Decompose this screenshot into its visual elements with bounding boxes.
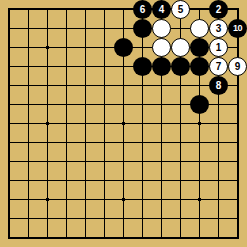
intersection (209, 209, 228, 228)
grid-line-vertical (161, 76, 162, 95)
black-stone: 4 (152, 0, 171, 19)
grid-line-vertical (85, 38, 86, 57)
intersection (57, 95, 76, 114)
grid-line-vertical (9, 114, 10, 133)
white-stone (190, 19, 209, 38)
intersection (209, 95, 228, 114)
intersection (19, 95, 38, 114)
grid-line-vertical (123, 209, 124, 228)
intersection (95, 19, 114, 38)
intersection (76, 114, 95, 133)
intersection (19, 152, 38, 171)
intersection (76, 152, 95, 171)
grid-line-vertical (161, 114, 162, 133)
intersection (190, 228, 209, 247)
grid-line-vertical (161, 171, 162, 190)
grid-line-vertical (9, 209, 10, 228)
grid-line-vertical (28, 190, 29, 209)
intersection (209, 152, 228, 171)
intersection (190, 95, 209, 114)
intersection: 2 (209, 0, 228, 19)
white-stone (171, 38, 190, 57)
grid-line-vertical (199, 133, 200, 152)
black-stone (133, 57, 152, 76)
intersection (133, 228, 152, 247)
grid-line-vertical (104, 76, 105, 95)
intersection (38, 114, 57, 133)
intersection (38, 190, 57, 209)
grid-line-vertical (9, 133, 10, 152)
grid-line-vertical (85, 9, 86, 19)
grid-line-vertical (123, 19, 124, 38)
intersection (133, 114, 152, 133)
intersection (190, 152, 209, 171)
black-stone (114, 38, 133, 57)
grid-line-vertical (85, 114, 86, 133)
intersection (190, 57, 209, 76)
intersection (0, 133, 19, 152)
intersection (228, 38, 247, 57)
grid-line-vertical (104, 57, 105, 76)
grid-line-vertical (237, 152, 238, 171)
grid-line-horizontal (9, 161, 19, 162)
grid-line-vertical (28, 9, 29, 19)
intersection (95, 152, 114, 171)
intersection (76, 171, 95, 190)
grid-line-vertical (180, 114, 181, 133)
grid-line-vertical (28, 209, 29, 228)
grid-line-vertical (9, 19, 10, 38)
intersection (76, 19, 95, 38)
intersection (38, 19, 57, 38)
intersection (133, 190, 152, 209)
intersection (19, 209, 38, 228)
intersection: 5 (171, 0, 190, 19)
intersection (0, 152, 19, 171)
grid-line-vertical (180, 171, 181, 190)
move-number-label: 5 (178, 4, 184, 14)
grid-line-vertical (161, 95, 162, 114)
intersection (228, 209, 247, 228)
grid-line-vertical (218, 190, 219, 209)
grid-line-vertical (28, 171, 29, 190)
grid-line-vertical (237, 171, 238, 190)
move-number-label: 9 (235, 61, 241, 71)
grid-line-horizontal (9, 104, 19, 105)
grid-line-vertical (47, 228, 48, 238)
intersection (0, 190, 19, 209)
intersection (95, 133, 114, 152)
grid-line-vertical (142, 133, 143, 152)
grid-line-vertical (104, 171, 105, 190)
grid-line-vertical (66, 114, 67, 133)
grid-line-vertical (104, 95, 105, 114)
grid-line-horizontal (9, 85, 19, 86)
grid-line-vertical (104, 228, 105, 238)
move-number-label: 2 (216, 4, 222, 14)
grid-line-vertical (142, 190, 143, 209)
grid-line-vertical (199, 209, 200, 228)
intersection (152, 38, 171, 57)
intersection (133, 38, 152, 57)
intersection (171, 19, 190, 38)
white-stone: 1 (209, 38, 228, 57)
grid-line-vertical (161, 190, 162, 209)
intersection (114, 57, 133, 76)
grid-line-vertical (28, 76, 29, 95)
intersection (38, 95, 57, 114)
grid-line-vertical (237, 209, 238, 228)
intersection (57, 133, 76, 152)
grid-line-vertical (199, 9, 200, 19)
intersection (171, 133, 190, 152)
grid-line-horizontal (9, 199, 19, 200)
intersection (228, 76, 247, 95)
grid-line-vertical (28, 57, 29, 76)
grid-line-vertical (85, 57, 86, 76)
grid-line-vertical (104, 9, 105, 19)
grid-line-vertical (142, 95, 143, 114)
intersection: 6 (133, 0, 152, 19)
intersection (152, 114, 171, 133)
grid-line-vertical (104, 114, 105, 133)
move-number-label: 7 (216, 61, 222, 71)
intersection (152, 228, 171, 247)
grid-line-vertical (180, 19, 181, 38)
grid-line-vertical (47, 133, 48, 152)
grid-line-horizontal (9, 218, 19, 219)
intersection (19, 38, 38, 57)
white-stone: 3 (209, 19, 228, 38)
intersection (171, 190, 190, 209)
grid-line-vertical (85, 228, 86, 238)
intersection (95, 190, 114, 209)
grid-line-vertical (123, 171, 124, 190)
intersection (38, 133, 57, 152)
grid-line-vertical (9, 171, 10, 190)
intersection: 7 (209, 57, 228, 76)
grid-line-vertical (199, 152, 200, 171)
intersection (152, 209, 171, 228)
grid-line-vertical (180, 95, 181, 114)
intersection (76, 133, 95, 152)
grid-line-vertical (9, 38, 10, 57)
grid-line-vertical (142, 209, 143, 228)
grid-line-vertical (237, 9, 238, 19)
white-stone: 9 (228, 57, 247, 76)
intersection (95, 171, 114, 190)
intersection (76, 0, 95, 19)
star-point (122, 198, 125, 201)
grid-line-vertical (28, 95, 29, 114)
grid-line-vertical (104, 152, 105, 171)
intersection (209, 133, 228, 152)
intersection (95, 0, 114, 19)
black-stone (190, 57, 209, 76)
intersection (190, 38, 209, 57)
star-point (46, 122, 49, 125)
intersection (19, 19, 38, 38)
intersection (190, 190, 209, 209)
move-number-label: 4 (159, 4, 165, 14)
grid-line-vertical (180, 209, 181, 228)
white-stone (152, 19, 171, 38)
grid-line-vertical (237, 38, 238, 57)
grid-line-vertical (85, 171, 86, 190)
intersection (95, 76, 114, 95)
intersection (228, 0, 247, 19)
intersection (152, 190, 171, 209)
intersection: 4 (152, 0, 171, 19)
intersection (228, 228, 247, 247)
intersection: 8 (209, 76, 228, 95)
grid-line-vertical (218, 209, 219, 228)
grid-line-horizontal (9, 123, 19, 124)
intersection (0, 114, 19, 133)
intersection (133, 209, 152, 228)
grid-line-vertical (47, 9, 48, 19)
grid-line-vertical (85, 190, 86, 209)
grid-line-vertical (66, 133, 67, 152)
grid-line-vertical (104, 19, 105, 38)
grid-line-vertical (28, 228, 29, 238)
grid-line-horizontal (9, 66, 19, 67)
intersection: 1 (209, 38, 228, 57)
intersection (114, 152, 133, 171)
intersection (171, 171, 190, 190)
intersection (0, 171, 19, 190)
intersection (76, 76, 95, 95)
intersection (152, 76, 171, 95)
intersection (57, 19, 76, 38)
intersection (114, 190, 133, 209)
intersection (152, 152, 171, 171)
move-number-label: 8 (216, 80, 222, 90)
grid-line-vertical (66, 76, 67, 95)
grid-line-vertical (142, 171, 143, 190)
intersection (133, 171, 152, 190)
intersection (95, 114, 114, 133)
intersection (114, 0, 133, 19)
grid-line-vertical (199, 76, 200, 95)
grid-line-vertical (142, 152, 143, 171)
grid-line-vertical (123, 76, 124, 95)
grid-line-vertical (9, 9, 10, 19)
grid-line-vertical (66, 95, 67, 114)
grid-line-vertical (9, 152, 10, 171)
grid-line-vertical (123, 228, 124, 238)
grid-line-vertical (104, 133, 105, 152)
black-stone (190, 95, 209, 114)
grid-line-vertical (237, 76, 238, 95)
grid-line-vertical (47, 171, 48, 190)
grid-line-vertical (85, 152, 86, 171)
intersection (95, 209, 114, 228)
intersection (133, 133, 152, 152)
grid-line-vertical (123, 133, 124, 152)
grid-line-vertical (85, 209, 86, 228)
star-point (198, 198, 201, 201)
intersection (190, 19, 209, 38)
intersection (133, 57, 152, 76)
grid-line-vertical (47, 57, 48, 76)
intersection (57, 152, 76, 171)
intersection (114, 38, 133, 57)
black-stone (171, 57, 190, 76)
intersection (57, 114, 76, 133)
grid-line-vertical (218, 171, 219, 190)
intersection (95, 57, 114, 76)
black-stone: 8 (209, 76, 228, 95)
intersection (57, 209, 76, 228)
intersection (190, 209, 209, 228)
grid-line-vertical (85, 76, 86, 95)
intersection (19, 228, 38, 247)
grid-line-vertical (66, 38, 67, 57)
intersection (38, 0, 57, 19)
grid-line-horizontal (9, 47, 19, 48)
intersection (38, 76, 57, 95)
intersection (19, 171, 38, 190)
black-stone (190, 38, 209, 57)
intersection (114, 133, 133, 152)
grid-line-vertical (123, 95, 124, 114)
black-stone: 6 (133, 0, 152, 19)
intersection (152, 57, 171, 76)
intersection (228, 95, 247, 114)
grid-line-vertical (66, 209, 67, 228)
intersection (152, 133, 171, 152)
grid-line-horizontal (9, 142, 19, 143)
intersection (0, 76, 19, 95)
grid-line-horizontal (9, 9, 19, 10)
intersection (152, 171, 171, 190)
grid-line-vertical (28, 114, 29, 133)
grid-line-vertical (161, 133, 162, 152)
grid-line-vertical (104, 38, 105, 57)
grid-line-vertical (47, 76, 48, 95)
intersection (95, 95, 114, 114)
grid-line-vertical (123, 152, 124, 171)
grid-line-vertical (199, 228, 200, 238)
intersection (133, 76, 152, 95)
star-point (122, 122, 125, 125)
grid-line-vertical (199, 171, 200, 190)
intersection (190, 133, 209, 152)
grid-line-horizontal (9, 237, 19, 238)
intersection (171, 228, 190, 247)
grid-line-vertical (142, 114, 143, 133)
grid-line-vertical (9, 190, 10, 209)
grid-line-vertical (28, 19, 29, 38)
grid-line-vertical (123, 57, 124, 76)
intersection (171, 114, 190, 133)
intersection (38, 209, 57, 228)
grid-line-vertical (123, 9, 124, 19)
intersection (57, 228, 76, 247)
star-point (46, 198, 49, 201)
intersection (19, 190, 38, 209)
grid-line-vertical (218, 114, 219, 133)
intersection (0, 19, 19, 38)
grid-line-vertical (237, 95, 238, 114)
intersection (57, 57, 76, 76)
grid-line-vertical (237, 190, 238, 209)
intersection (228, 171, 247, 190)
intersection (228, 190, 247, 209)
intersection (38, 152, 57, 171)
intersection (171, 209, 190, 228)
intersection (0, 209, 19, 228)
move-number-label: 3 (216, 23, 222, 33)
grid-line-vertical (218, 133, 219, 152)
intersection (171, 38, 190, 57)
intersection (114, 171, 133, 190)
grid-line-vertical (180, 190, 181, 209)
grid-line-vertical (47, 209, 48, 228)
intersection (228, 114, 247, 133)
intersection (95, 38, 114, 57)
intersection (171, 95, 190, 114)
go-board: 64523101798 (0, 0, 247, 247)
intersection (0, 95, 19, 114)
grid-line-vertical (28, 152, 29, 171)
intersection (209, 114, 228, 133)
grid-line-vertical (237, 133, 238, 152)
grid-line-vertical (66, 9, 67, 19)
intersection (209, 190, 228, 209)
intersection (76, 209, 95, 228)
intersection (114, 228, 133, 247)
star-point (198, 122, 201, 125)
grid-line-vertical (237, 114, 238, 133)
intersection (38, 228, 57, 247)
intersection (95, 228, 114, 247)
star-point (46, 46, 49, 49)
white-stone: 5 (171, 0, 190, 19)
grid-line-vertical (85, 19, 86, 38)
grid-line-vertical (104, 190, 105, 209)
grid-line-vertical (66, 19, 67, 38)
intersection (19, 0, 38, 19)
intersection (209, 171, 228, 190)
intersection (133, 152, 152, 171)
grid-line-vertical (218, 228, 219, 238)
grid-line-vertical (142, 76, 143, 95)
intersection (190, 0, 209, 19)
intersection (57, 0, 76, 19)
grid-line-vertical (142, 38, 143, 57)
intersection (0, 38, 19, 57)
grid-line-vertical (66, 228, 67, 238)
intersection (19, 114, 38, 133)
white-stone (152, 38, 171, 57)
grid-line-vertical (180, 76, 181, 95)
intersection (209, 228, 228, 247)
grid-line-vertical (142, 228, 143, 238)
intersection (0, 228, 19, 247)
intersection (57, 190, 76, 209)
intersection (0, 57, 19, 76)
intersection (76, 190, 95, 209)
go-diagram: 64523101798 (0, 0, 247, 247)
grid-line-vertical (85, 95, 86, 114)
intersection (228, 152, 247, 171)
grid-line-vertical (85, 133, 86, 152)
intersection (57, 76, 76, 95)
intersection (76, 38, 95, 57)
intersection (190, 114, 209, 133)
